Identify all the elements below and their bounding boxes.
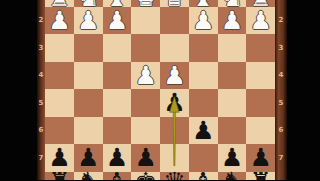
square-f6[interactable] <box>103 117 132 145</box>
square-a6[interactable] <box>246 117 275 145</box>
board-border-right: 12345678 <box>275 0 287 180</box>
square-e8[interactable]: ♚ <box>131 172 160 181</box>
piece-white-pawn-d4[interactable]: ♟ <box>163 63 185 88</box>
piece-black-king-e8[interactable]: ♚ <box>134 169 156 180</box>
rank-label-left-7: 7 <box>37 144 45 172</box>
square-b4[interactable] <box>218 62 247 90</box>
square-c2[interactable]: ♟ <box>189 7 218 35</box>
piece-black-queen-d8[interactable]: ♛ <box>163 169 185 180</box>
piece-white-pawn-b2[interactable]: ♟ <box>221 8 243 33</box>
piece-white-pawn-c2[interactable]: ♟ <box>192 8 214 33</box>
rank-label-right-5: 5 <box>275 89 287 117</box>
piece-black-pawn-c6[interactable]: ♟ <box>192 118 214 143</box>
rank-label-left-8: 8 <box>37 172 45 181</box>
rank-label-left-4: 4 <box>37 62 45 90</box>
square-g3[interactable] <box>74 34 103 62</box>
piece-white-pawn-h2[interactable]: ♟ <box>48 8 70 33</box>
square-e4[interactable]: ♟ <box>131 62 160 90</box>
rank-label-left-2: 2 <box>37 7 45 35</box>
square-f5[interactable] <box>103 89 132 117</box>
square-b2[interactable]: ♟ <box>218 7 247 35</box>
rank-label-right-2: 2 <box>275 7 287 35</box>
square-b5[interactable] <box>218 89 247 117</box>
square-d3[interactable] <box>160 34 189 62</box>
board-squares: ♜♞♝♚♛♝♞♜♟♟♟♟♟♟♟♟♟♟♟♟♟♟♟♟♜♞♝♚♛♝♞♜ <box>45 0 275 180</box>
piece-white-pawn-g2[interactable]: ♟ <box>77 8 99 33</box>
rank-label-right-8: 8 <box>275 172 287 181</box>
square-d8[interactable]: ♛ <box>160 172 189 181</box>
square-g4[interactable] <box>74 62 103 90</box>
rank-label-right-6: 6 <box>275 117 287 145</box>
square-d6[interactable] <box>160 117 189 145</box>
square-f2[interactable]: ♟ <box>103 7 132 35</box>
piece-white-pawn-e4[interactable]: ♟ <box>134 63 156 88</box>
square-b6[interactable] <box>218 117 247 145</box>
piece-white-pawn-f2[interactable]: ♟ <box>106 8 128 33</box>
square-c5[interactable] <box>189 89 218 117</box>
square-b8[interactable]: ♞ <box>218 172 247 181</box>
square-c8[interactable]: ♝ <box>189 172 218 181</box>
square-c4[interactable] <box>189 62 218 90</box>
square-a8[interactable]: ♜ <box>246 172 275 181</box>
piece-black-rook-h8[interactable]: ♜ <box>48 169 70 180</box>
piece-white-pawn-a2[interactable]: ♟ <box>249 8 271 33</box>
square-f3[interactable] <box>103 34 132 62</box>
piece-black-knight-b8[interactable]: ♞ <box>221 169 243 180</box>
chess-board: 12345678 ♜♞♝♚♛♝♞♜♟♟♟♟♟♟♟♟♟♟♟♟♟♟♟♟♜♞♝♚♛♝♞… <box>37 0 287 180</box>
square-b3[interactable] <box>218 34 247 62</box>
square-e3[interactable] <box>131 34 160 62</box>
square-a2[interactable]: ♟ <box>246 7 275 35</box>
square-a3[interactable] <box>246 34 275 62</box>
piece-black-rook-a8[interactable]: ♜ <box>249 169 271 180</box>
square-e5[interactable] <box>131 89 160 117</box>
square-g5[interactable] <box>74 89 103 117</box>
square-f4[interactable] <box>103 62 132 90</box>
rank-label-left-6: 6 <box>37 117 45 145</box>
square-h6[interactable] <box>45 117 74 145</box>
board-border-left: 12345678 <box>37 0 45 180</box>
square-h4[interactable] <box>45 62 74 90</box>
square-g8[interactable]: ♞ <box>74 172 103 181</box>
square-d4[interactable]: ♟ <box>160 62 189 90</box>
square-h5[interactable] <box>45 89 74 117</box>
square-h3[interactable] <box>45 34 74 62</box>
square-c3[interactable] <box>189 34 218 62</box>
background: 12345678 ♜♞♝♚♛♝♞♜♟♟♟♟♟♟♟♟♟♟♟♟♟♟♟♟♜♞♝♚♛♝♞… <box>0 0 320 180</box>
square-g2[interactable]: ♟ <box>74 7 103 35</box>
square-d2[interactable] <box>160 7 189 35</box>
square-c6[interactable]: ♟ <box>189 117 218 145</box>
square-g6[interactable] <box>74 117 103 145</box>
rank-label-left-5: 5 <box>37 89 45 117</box>
square-f8[interactable]: ♝ <box>103 172 132 181</box>
rank-label-right-4: 4 <box>275 62 287 90</box>
piece-black-knight-g8[interactable]: ♞ <box>77 169 99 180</box>
square-h8[interactable]: ♜ <box>45 172 74 181</box>
rank-label-left-3: 3 <box>37 34 45 62</box>
square-a5[interactable] <box>246 89 275 117</box>
piece-black-bishop-f8[interactable]: ♝ <box>106 169 128 180</box>
square-a4[interactable] <box>246 62 275 90</box>
square-d5[interactable]: ♟ <box>160 89 189 117</box>
square-e2[interactable] <box>131 7 160 35</box>
piece-black-bishop-c8[interactable]: ♝ <box>192 169 214 180</box>
square-e6[interactable] <box>131 117 160 145</box>
rank-label-right-7: 7 <box>275 144 287 172</box>
piece-black-pawn-d5[interactable]: ♟ <box>163 90 185 115</box>
square-h2[interactable]: ♟ <box>45 7 74 35</box>
rank-label-right-3: 3 <box>275 34 287 62</box>
